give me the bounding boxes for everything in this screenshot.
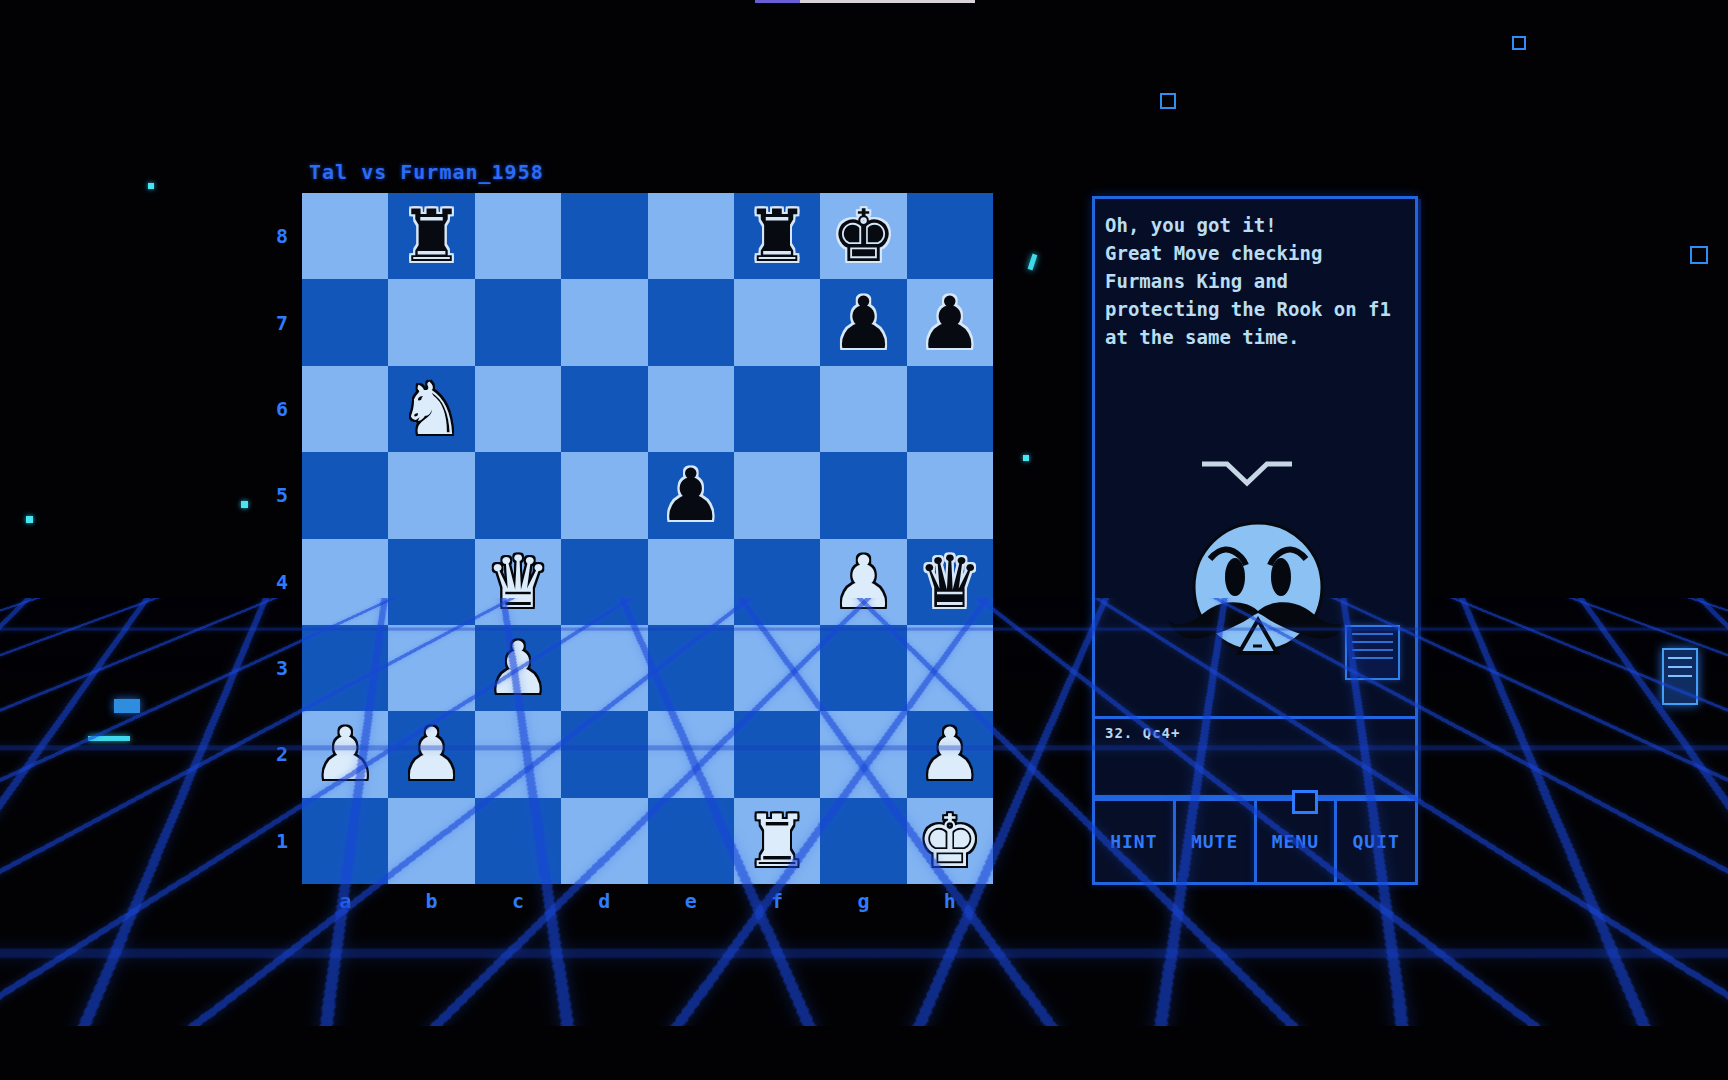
coach-panel-box: Oh, you got it! Great Move checking Furm… [1092, 196, 1418, 798]
mute-button[interactable]: MUTE [1173, 798, 1257, 885]
square-b8[interactable]: ♜ [388, 193, 474, 279]
square-a4[interactable] [302, 539, 388, 625]
top-glitch-line-blue [755, 0, 800, 3]
dialogue-line: Great Move checking [1105, 239, 1409, 267]
rank-label-1: 1 [268, 798, 296, 884]
chevron-down-icon [1199, 457, 1295, 489]
file-label-a: a [302, 888, 388, 914]
square-c2[interactable] [475, 711, 561, 797]
piece-black-pawn-g7[interactable]: ♟ [831, 287, 896, 359]
rank-label-6: 6 [268, 366, 296, 452]
hint-button[interactable]: HINT [1092, 798, 1176, 885]
square-d3[interactable] [561, 625, 647, 711]
glitch-square [1690, 246, 1708, 264]
dialogue-line: protecting the Rook on f1 [1105, 295, 1409, 323]
square-e3[interactable] [648, 625, 734, 711]
piece-black-rook-f8[interactable]: ♜ [745, 200, 810, 272]
square-b1[interactable] [388, 798, 474, 884]
particle-dot [1023, 455, 1029, 461]
square-a2[interactable]: ♟ [302, 711, 388, 797]
square-b5[interactable] [388, 452, 474, 538]
piece-white-queen-c4[interactable]: ♛ [486, 546, 551, 618]
coach-dialogue: Oh, you got it! Great Move checking Furm… [1105, 211, 1409, 351]
square-a3[interactable] [302, 625, 388, 711]
piece-black-pawn-h7[interactable]: ♟ [918, 287, 983, 359]
square-f7[interactable] [734, 279, 820, 365]
square-g4[interactable]: ♟ [820, 539, 906, 625]
square-e6[interactable] [648, 366, 734, 452]
piece-white-rook-f1[interactable]: ♜ [745, 805, 810, 877]
square-b6[interactable]: ♞ [388, 366, 474, 452]
rank-label-7: 7 [268, 279, 296, 365]
panel-divider [1095, 716, 1415, 719]
piece-white-pawn-c3[interactable]: ♟ [486, 632, 551, 704]
piece-black-queen-h4[interactable]: ♛ [918, 546, 983, 618]
square-c8[interactable] [475, 193, 561, 279]
notation-card-icon [1345, 625, 1400, 680]
piece-black-rook-b8[interactable]: ♜ [399, 200, 464, 272]
file-label-c: c [475, 888, 561, 914]
square-f5[interactable] [734, 452, 820, 538]
square-d5[interactable] [561, 452, 647, 538]
square-b2[interactable]: ♟ [388, 711, 474, 797]
square-h8[interactable] [907, 193, 993, 279]
square-g7[interactable]: ♟ [820, 279, 906, 365]
particle-dot [148, 183, 154, 189]
square-c6[interactable] [475, 366, 561, 452]
coach-mascot-face [1165, 515, 1351, 675]
dialogue-line: Furmans King and [1105, 267, 1409, 295]
square-g3[interactable] [820, 625, 906, 711]
panel-handle-icon[interactable] [1292, 790, 1318, 814]
file-labels: abcdefgh [302, 888, 993, 914]
chess-board: ♜♜♚♟♟♞♟♛♟♛♟♟♟♟♜♚ [302, 193, 993, 884]
particle-dot [241, 501, 248, 508]
piece-white-pawn-g4[interactable]: ♟ [831, 546, 896, 618]
file-label-e: e [648, 888, 734, 914]
coach-panel: Oh, you got it! Great Move checking Furm… [1092, 196, 1418, 885]
rank-label-4: 4 [268, 539, 296, 625]
square-f6[interactable] [734, 366, 820, 452]
piece-white-pawn-a2[interactable]: ♟ [313, 718, 378, 790]
square-g8[interactable]: ♚ [820, 193, 906, 279]
square-h5[interactable] [907, 452, 993, 538]
particle-squiggle [1028, 254, 1038, 271]
glitch-square [1160, 93, 1176, 109]
piece-white-king-h1[interactable]: ♚ [918, 805, 983, 877]
dialogue-line: at the same time. [1105, 323, 1409, 351]
square-f1[interactable]: ♜ [734, 798, 820, 884]
mascot-eye-left [1225, 558, 1245, 596]
file-label-g: g [820, 888, 906, 914]
mascot-eye-right [1271, 558, 1291, 596]
rank-label-5: 5 [268, 452, 296, 538]
square-f4[interactable] [734, 539, 820, 625]
square-e8[interactable] [648, 193, 734, 279]
square-a8[interactable] [302, 193, 388, 279]
file-label-b: b [388, 888, 474, 914]
square-c7[interactable] [475, 279, 561, 365]
rank-labels: 87654321 [268, 193, 296, 884]
piece-black-king-g8[interactable]: ♚ [831, 200, 896, 272]
square-h3[interactable] [907, 625, 993, 711]
square-d4[interactable] [561, 539, 647, 625]
piece-black-pawn-e5[interactable]: ♟ [658, 459, 723, 531]
rank-label-2: 2 [268, 711, 296, 797]
square-a1[interactable] [302, 798, 388, 884]
square-f3[interactable] [734, 625, 820, 711]
dialogue-line: Oh, you got it! [1105, 211, 1409, 239]
game-title: Tal vs Furman_1958 [309, 160, 544, 184]
square-f2[interactable] [734, 711, 820, 797]
glitch-square [1512, 36, 1526, 50]
square-c4[interactable]: ♛ [475, 539, 561, 625]
square-b7[interactable] [388, 279, 474, 365]
game-screen: Tal vs Furman_1958 87654321 abcdefgh ♜♜♚… [0, 0, 1728, 1080]
square-g5[interactable] [820, 452, 906, 538]
square-e2[interactable] [648, 711, 734, 797]
piece-white-knight-b6[interactable]: ♞ [399, 373, 464, 445]
square-h6[interactable] [907, 366, 993, 452]
quit-button[interactable]: QUIT [1334, 798, 1418, 885]
square-d7[interactable] [561, 279, 647, 365]
action-buttons: HINT MUTE MENU QUIT [1092, 798, 1418, 885]
square-c3[interactable]: ♟ [475, 625, 561, 711]
file-label-h: h [907, 888, 993, 914]
square-g2[interactable] [820, 711, 906, 797]
square-e5[interactable]: ♟ [648, 452, 734, 538]
square-d8[interactable] [561, 193, 647, 279]
square-c5[interactable] [475, 452, 561, 538]
square-g1[interactable] [820, 798, 906, 884]
square-a7[interactable] [302, 279, 388, 365]
square-a5[interactable] [302, 452, 388, 538]
piece-white-pawn-h2[interactable]: ♟ [918, 718, 983, 790]
square-h4[interactable]: ♛ [907, 539, 993, 625]
particle-dot [26, 516, 33, 523]
square-h7[interactable]: ♟ [907, 279, 993, 365]
square-d1[interactable] [561, 798, 647, 884]
square-a6[interactable] [302, 366, 388, 452]
square-c1[interactable] [475, 798, 561, 884]
square-b3[interactable] [388, 625, 474, 711]
square-d6[interactable] [561, 366, 647, 452]
square-f8[interactable]: ♜ [734, 193, 820, 279]
square-e1[interactable] [648, 798, 734, 884]
file-label-f: f [734, 888, 820, 914]
rank-label-8: 8 [268, 193, 296, 279]
square-h2[interactable]: ♟ [907, 711, 993, 797]
square-e7[interactable] [648, 279, 734, 365]
rank-label-3: 3 [268, 625, 296, 711]
square-b4[interactable] [388, 539, 474, 625]
square-e4[interactable] [648, 539, 734, 625]
top-glitch-line-white [800, 0, 975, 3]
square-d2[interactable] [561, 711, 647, 797]
move-history: 32. Qc4+ [1105, 725, 1180, 741]
square-h1[interactable]: ♚ [907, 798, 993, 884]
file-label-d: d [561, 888, 647, 914]
square-g6[interactable] [820, 366, 906, 452]
piece-white-pawn-b2[interactable]: ♟ [399, 718, 464, 790]
